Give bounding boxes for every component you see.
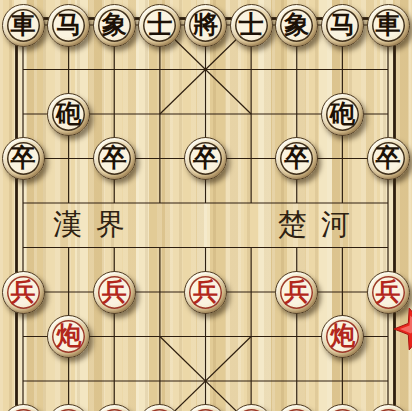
piece-glyph: 卒 [376,145,401,170]
piece-glyph: 马 [56,12,81,37]
piece-red-soldier[interactable]: 兵 [93,271,136,314]
river-label-chu-he: 楚河 [278,210,364,239]
piece-glyph: 卒 [102,145,127,170]
piece-face: 砲 [326,98,359,131]
piece-face: 卒 [280,142,313,175]
piece-red-cannon[interactable]: 炮 [321,315,364,358]
piece-black-soldier[interactable]: 卒 [367,137,410,180]
piece-red-soldier[interactable]: 兵 [184,271,227,314]
xiangqi-board[interactable]: 漢界 楚河 車马象士將士象马車砲砲卒卒卒卒卒兵兵兵兵兵炮炮車马相仕帥仕相马車 [0,0,412,411]
piece-red-cannon[interactable]: 炮 [47,315,90,358]
piece-black-chariot[interactable]: 車 [367,4,410,47]
piece-glyph: 兵 [102,279,127,304]
piece-glyph: 車 [376,12,401,37]
piece-face: 將 [189,9,222,42]
piece-face: 兵 [189,276,222,309]
piece-glyph: 兵 [193,279,218,304]
piece-face: 马 [326,9,359,42]
piece-glyph: 象 [284,12,309,37]
piece-face: 兵 [98,276,131,309]
piece-glyph: 卒 [284,145,309,170]
piece-red-soldier[interactable]: 兵 [275,271,318,314]
piece-black-soldier[interactable]: 卒 [275,137,318,180]
piece-glyph: 象 [102,12,127,37]
piece-black-horse[interactable]: 马 [321,4,364,47]
piece-black-soldier[interactable]: 卒 [93,137,136,180]
piece-face: 象 [98,9,131,42]
piece-black-cannon[interactable]: 砲 [321,93,364,136]
piece-glyph: 砲 [330,101,355,126]
piece-face: 炮 [326,320,359,353]
piece-face: 士 [143,9,176,42]
piece-glyph: 士 [147,12,172,37]
piece-glyph: 士 [239,12,264,37]
piece-glyph: 炮 [330,323,355,348]
piece-black-advisor[interactable]: 士 [230,4,273,47]
piece-glyph: 马 [330,12,355,37]
piece-glyph: 卒 [11,145,36,170]
piece-face: 車 [372,9,405,42]
piece-face: 卒 [372,142,405,175]
cursor-star-icon [392,307,412,355]
piece-face: 兵 [7,276,40,309]
piece-black-horse[interactable]: 马 [47,4,90,47]
piece-black-chariot[interactable]: 車 [2,4,45,47]
piece-face: 砲 [52,98,85,131]
piece-red-soldier[interactable]: 兵 [2,271,45,314]
piece-glyph: 兵 [376,279,401,304]
piece-glyph: 將 [193,12,218,37]
piece-face: 卒 [189,142,222,175]
piece-glyph: 兵 [284,279,309,304]
piece-face: 卒 [7,142,40,175]
piece-face: 马 [52,9,85,42]
piece-black-general[interactable]: 將 [184,4,227,47]
piece-black-elephant[interactable]: 象 [93,4,136,47]
piece-glyph: 炮 [56,323,81,348]
piece-glyph: 砲 [56,101,81,126]
piece-black-soldier[interactable]: 卒 [2,137,45,180]
piece-black-advisor[interactable]: 士 [138,4,181,47]
piece-face: 士 [235,9,268,42]
piece-glyph: 兵 [11,279,36,304]
piece-black-soldier[interactable]: 卒 [184,137,227,180]
piece-glyph: 車 [11,12,36,37]
piece-face: 車 [7,9,40,42]
river-label-han-jie: 漢界 [53,210,139,239]
piece-black-elephant[interactable]: 象 [275,4,318,47]
piece-glyph: 卒 [193,145,218,170]
piece-face: 兵 [372,276,405,309]
piece-face: 象 [280,9,313,42]
piece-face: 兵 [280,276,313,309]
piece-black-cannon[interactable]: 砲 [47,93,90,136]
piece-face: 炮 [52,320,85,353]
piece-face: 卒 [98,142,131,175]
